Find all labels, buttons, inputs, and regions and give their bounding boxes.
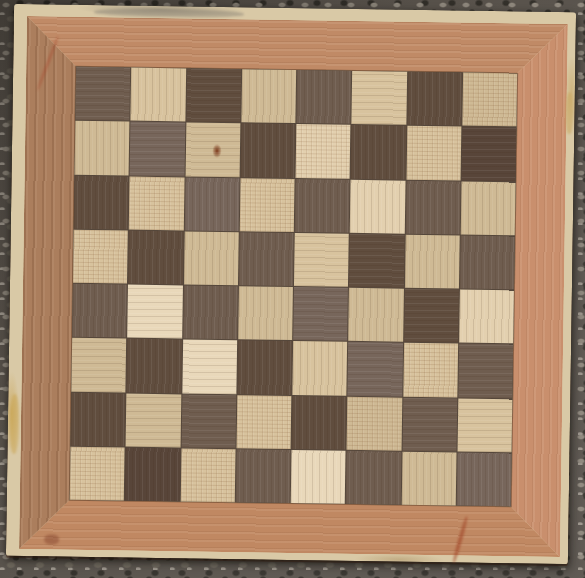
wood-knot xyxy=(211,142,223,160)
square-c3[interactable] xyxy=(182,340,237,394)
square-d5[interactable] xyxy=(239,232,294,286)
square-g1[interactable] xyxy=(401,451,456,505)
square-d6[interactable] xyxy=(240,178,295,232)
square-c7[interactable] xyxy=(185,123,240,177)
square-c2[interactable] xyxy=(181,394,236,448)
square-f3[interactable] xyxy=(348,342,403,396)
square-h8[interactable] xyxy=(462,73,517,127)
square-g7[interactable] xyxy=(406,126,461,180)
square-c8[interactable] xyxy=(186,68,241,122)
square-d3[interactable] xyxy=(237,340,292,394)
square-e2[interactable] xyxy=(292,396,347,450)
square-f6[interactable] xyxy=(350,179,405,233)
square-g6[interactable] xyxy=(405,180,460,234)
square-f4[interactable] xyxy=(348,288,403,342)
square-a7[interactable] xyxy=(75,121,130,175)
square-c5[interactable] xyxy=(183,231,238,285)
square-c1[interactable] xyxy=(180,448,235,502)
square-a1[interactable] xyxy=(70,446,125,500)
square-h1[interactable] xyxy=(456,452,511,506)
square-e8[interactable] xyxy=(296,70,351,124)
square-f7[interactable] xyxy=(351,125,406,179)
square-c4[interactable] xyxy=(183,285,238,339)
square-f1[interactable] xyxy=(346,451,401,505)
square-b7[interactable] xyxy=(130,122,185,176)
square-b5[interactable] xyxy=(128,230,183,284)
square-b4[interactable] xyxy=(127,285,182,339)
square-a2[interactable] xyxy=(71,392,126,446)
square-h2[interactable] xyxy=(457,398,512,452)
board-frame xyxy=(19,16,568,557)
square-b1[interactable] xyxy=(125,447,180,501)
square-f8[interactable] xyxy=(352,71,407,125)
square-c6[interactable] xyxy=(184,177,239,231)
square-b3[interactable] xyxy=(127,339,182,393)
square-e3[interactable] xyxy=(292,341,347,395)
square-a5[interactable] xyxy=(73,230,128,284)
square-e7[interactable] xyxy=(296,124,351,178)
square-g3[interactable] xyxy=(403,343,458,397)
square-h7[interactable] xyxy=(461,127,516,181)
square-a3[interactable] xyxy=(71,338,126,392)
square-g4[interactable] xyxy=(404,289,459,343)
square-h6[interactable] xyxy=(461,181,516,235)
square-e1[interactable] xyxy=(291,450,346,504)
square-g8[interactable] xyxy=(407,72,462,126)
playing-area xyxy=(70,67,517,506)
chess-board xyxy=(6,4,576,564)
square-d4[interactable] xyxy=(238,286,293,340)
square-f5[interactable] xyxy=(349,234,404,288)
square-e4[interactable] xyxy=(293,287,348,341)
square-e6[interactable] xyxy=(295,179,350,233)
square-b2[interactable] xyxy=(126,393,181,447)
square-d2[interactable] xyxy=(236,395,291,449)
square-h3[interactable] xyxy=(458,344,513,398)
square-a4[interactable] xyxy=(72,284,127,338)
square-g5[interactable] xyxy=(404,234,459,288)
square-b8[interactable] xyxy=(131,68,186,122)
square-d1[interactable] xyxy=(236,449,291,503)
square-f2[interactable] xyxy=(347,396,402,450)
square-a6[interactable] xyxy=(74,175,129,229)
square-h5[interactable] xyxy=(460,235,515,289)
square-g2[interactable] xyxy=(402,397,457,451)
square-e5[interactable] xyxy=(294,233,349,287)
carpet-background xyxy=(0,0,585,578)
square-h4[interactable] xyxy=(459,290,514,344)
square-d7[interactable] xyxy=(240,123,295,177)
square-a8[interactable] xyxy=(75,67,130,121)
square-b6[interactable] xyxy=(129,176,184,230)
board-grid xyxy=(70,67,517,506)
square-d8[interactable] xyxy=(241,69,296,123)
